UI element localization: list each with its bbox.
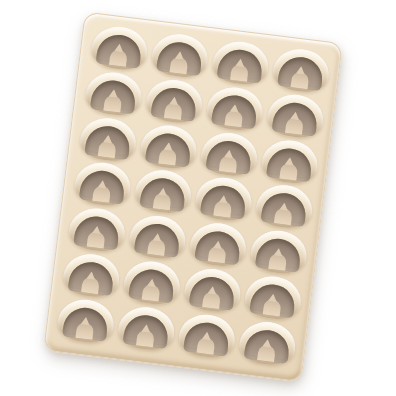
center-island xyxy=(224,109,243,127)
mold-cavity xyxy=(124,211,190,264)
island-tip xyxy=(158,187,168,196)
arch-cavity xyxy=(156,40,203,76)
cavity-dish xyxy=(204,84,265,133)
center-island xyxy=(218,155,237,173)
island-tip xyxy=(219,195,229,204)
arch-cavity xyxy=(216,47,263,83)
cavity-dish xyxy=(254,182,315,231)
island-tip xyxy=(279,202,289,211)
mold-grid xyxy=(53,21,334,369)
center-island xyxy=(75,322,94,340)
island-tip xyxy=(202,331,212,340)
cavity-dish xyxy=(66,206,127,255)
mold-cavity xyxy=(53,294,119,347)
arch-cavity xyxy=(249,282,296,318)
arch-cavity xyxy=(271,100,318,136)
arch-cavity xyxy=(183,320,230,356)
center-island xyxy=(169,56,188,74)
cavity-dish xyxy=(176,312,237,361)
cavity-dish xyxy=(138,122,199,171)
mold-cavity xyxy=(141,74,207,127)
arch-cavity xyxy=(188,275,235,311)
center-island xyxy=(262,299,281,317)
center-island xyxy=(163,102,182,120)
center-island xyxy=(279,162,298,180)
cavity-dish xyxy=(83,69,144,118)
island-tip xyxy=(92,225,102,234)
arch-cavity xyxy=(211,93,258,129)
arch-cavity xyxy=(122,313,169,349)
cavity-dish xyxy=(144,76,205,125)
center-island xyxy=(109,49,128,67)
mold-cavity xyxy=(147,29,213,82)
mold-cavity xyxy=(179,264,245,317)
mold-cavity xyxy=(240,271,306,324)
arch-cavity xyxy=(194,229,241,265)
center-island xyxy=(196,337,215,355)
island-tip xyxy=(230,104,240,113)
center-island xyxy=(268,253,287,271)
mold-cavity xyxy=(135,120,201,173)
arch-cavity xyxy=(139,176,186,212)
mold-cavity xyxy=(75,112,141,165)
cavity-dish xyxy=(149,31,210,80)
island-tip xyxy=(114,43,124,52)
mold-cavity xyxy=(268,44,334,97)
center-island xyxy=(230,64,249,82)
center-island xyxy=(136,329,155,347)
island-tip xyxy=(175,51,185,60)
center-island xyxy=(213,200,232,218)
island-tip xyxy=(147,278,157,287)
island-tip xyxy=(213,240,223,249)
arch-cavity xyxy=(62,305,109,341)
center-island xyxy=(147,238,166,256)
cavity-dish xyxy=(116,304,177,353)
island-tip xyxy=(141,324,151,333)
arch-cavity xyxy=(266,146,313,182)
cavity-dish xyxy=(133,168,194,217)
island-tip xyxy=(103,134,113,143)
island-tip xyxy=(97,180,107,189)
mold-cavity xyxy=(257,135,323,188)
mold-cavity xyxy=(251,180,317,233)
island-tip xyxy=(86,271,96,280)
island-tip xyxy=(268,293,278,302)
arch-cavity xyxy=(205,138,252,174)
center-island xyxy=(273,208,292,226)
mold-cavity xyxy=(262,89,328,142)
island-tip xyxy=(224,149,234,158)
product-photo xyxy=(0,0,396,396)
arch-cavity xyxy=(84,123,131,159)
island-tip xyxy=(152,233,162,242)
cavity-dish xyxy=(270,46,331,95)
island-tip xyxy=(285,157,295,166)
mold-cavity xyxy=(207,36,273,89)
arch-cavity xyxy=(128,267,175,303)
mold-cavity xyxy=(113,302,179,355)
mold-cavity xyxy=(80,67,146,120)
island-tip xyxy=(81,316,91,325)
center-island xyxy=(81,276,100,294)
mold-cavity xyxy=(185,218,251,271)
mold-cavity xyxy=(69,158,135,211)
mold-cavity xyxy=(174,309,240,362)
island-tip xyxy=(164,142,174,151)
mold-cavity xyxy=(58,249,124,302)
center-island xyxy=(290,71,309,89)
cavity-dish xyxy=(193,175,254,224)
island-tip xyxy=(109,89,119,98)
center-island xyxy=(158,147,177,165)
arch-cavity xyxy=(150,85,197,121)
cavity-dish xyxy=(237,319,298,368)
arch-cavity xyxy=(73,214,120,250)
cavity-dish xyxy=(78,115,139,164)
island-tip xyxy=(262,339,272,348)
mold-cavity xyxy=(196,127,262,180)
cavity-dish xyxy=(55,297,116,346)
center-island xyxy=(202,291,221,309)
mold-cavity xyxy=(119,256,185,309)
mold-cavity xyxy=(130,165,196,218)
arch-cavity xyxy=(199,184,246,220)
mold-cavity xyxy=(190,173,256,226)
island-tip xyxy=(235,58,245,67)
cavity-dish xyxy=(121,259,182,308)
island-tip xyxy=(290,111,300,120)
cavity-dish xyxy=(188,220,249,269)
cavity-dish xyxy=(210,38,271,87)
center-island xyxy=(207,246,226,264)
island-tip xyxy=(273,248,283,257)
island-tip xyxy=(296,66,306,75)
arch-cavity xyxy=(95,32,142,68)
cavity-dish xyxy=(259,137,320,186)
mold-cavity xyxy=(245,226,311,279)
arch-cavity xyxy=(78,169,125,205)
center-island xyxy=(152,193,171,211)
arch-cavity xyxy=(260,191,307,227)
arch-cavity xyxy=(277,55,324,91)
center-island xyxy=(257,344,276,362)
arch-cavity xyxy=(90,78,137,114)
cavity-dish xyxy=(199,129,260,178)
mold-cavity xyxy=(86,21,152,74)
cavity-dish xyxy=(89,24,150,73)
center-island xyxy=(97,140,116,158)
mold-cavity xyxy=(202,82,268,135)
cavity-dish xyxy=(61,251,122,300)
arch-cavity xyxy=(243,328,290,364)
center-island xyxy=(92,185,111,203)
center-island xyxy=(86,231,105,249)
arch-cavity xyxy=(67,260,114,296)
mold-cavity xyxy=(234,317,300,370)
center-island xyxy=(141,284,160,302)
arch-cavity xyxy=(133,222,180,258)
arch-cavity xyxy=(144,131,191,167)
island-tip xyxy=(169,96,179,105)
mold-tray xyxy=(43,11,343,382)
arch-cavity xyxy=(254,237,301,273)
cavity-dish xyxy=(72,160,133,209)
cavity-dish xyxy=(242,273,303,322)
cavity-dish xyxy=(265,91,326,140)
island-tip xyxy=(207,286,217,295)
cavity-dish xyxy=(248,228,309,277)
cavity-dish xyxy=(127,213,188,262)
center-island xyxy=(103,94,122,112)
cavity-dish xyxy=(182,266,243,315)
center-island xyxy=(285,117,304,135)
mold-cavity xyxy=(64,203,130,256)
